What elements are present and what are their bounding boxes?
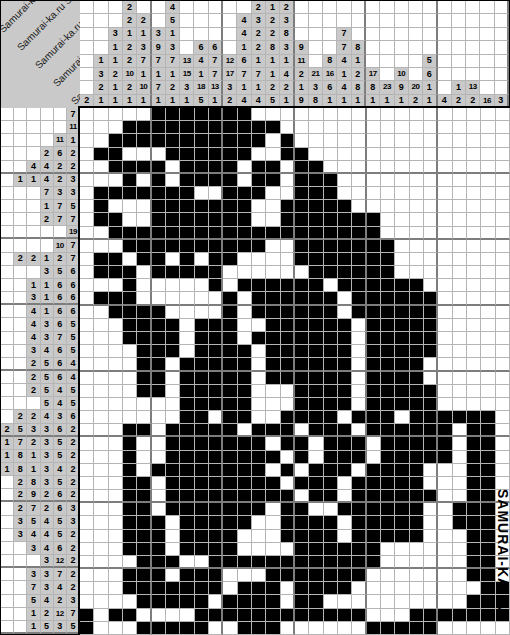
grid-cell[interactable] <box>209 358 223 371</box>
grid-cell[interactable] <box>410 319 424 332</box>
grid-cell[interactable] <box>395 582 409 595</box>
grid-cell[interactable] <box>481 451 495 464</box>
grid-cell[interactable] <box>223 595 237 608</box>
grid-cell[interactable] <box>195 240 209 253</box>
grid-cell[interactable] <box>424 516 438 529</box>
grid-cell[interactable] <box>295 543 309 556</box>
grid-cell[interactable] <box>496 437 510 450</box>
grid-cell[interactable] <box>152 345 166 358</box>
grid-cell[interactable] <box>295 622 309 635</box>
grid-cell[interactable] <box>238 227 252 240</box>
grid-cell[interactable] <box>453 424 467 437</box>
grid-cell[interactable] <box>209 213 223 226</box>
grid-cell[interactable] <box>94 319 108 332</box>
grid-cell[interactable] <box>137 200 151 213</box>
grid-cell[interactable] <box>381 134 395 147</box>
grid-cell[interactable] <box>424 569 438 582</box>
grid-cell[interactable] <box>152 372 166 385</box>
grid-cell[interactable] <box>238 174 252 187</box>
grid-cell[interactable] <box>166 345 180 358</box>
grid-cell[interactable] <box>453 358 467 371</box>
grid-cell[interactable] <box>209 516 223 529</box>
grid-cell[interactable] <box>281 266 295 279</box>
grid-cell[interactable] <box>381 121 395 134</box>
grid-cell[interactable] <box>94 240 108 253</box>
grid-cell[interactable] <box>467 187 481 200</box>
grid-cell[interactable] <box>338 266 352 279</box>
grid-cell[interactable] <box>281 174 295 187</box>
grid-cell[interactable] <box>281 398 295 411</box>
grid-cell[interactable] <box>424 385 438 398</box>
grid-cell[interactable] <box>381 609 395 622</box>
grid-cell[interactable] <box>223 121 237 134</box>
grid-cell[interactable] <box>438 187 452 200</box>
grid-cell[interactable] <box>80 569 94 582</box>
grid-cell[interactable] <box>109 477 123 490</box>
grid-cell[interactable] <box>109 595 123 608</box>
grid-cell[interactable] <box>195 292 209 305</box>
grid-cell[interactable] <box>295 266 309 279</box>
grid-cell[interactable] <box>367 174 381 187</box>
grid-cell[interactable] <box>152 108 166 121</box>
grid-cell[interactable] <box>223 148 237 161</box>
grid-cell[interactable] <box>424 358 438 371</box>
grid-cell[interactable] <box>381 595 395 608</box>
grid-cell[interactable] <box>295 372 309 385</box>
grid-cell[interactable] <box>395 187 409 200</box>
grid-cell[interactable] <box>123 200 137 213</box>
grid-cell[interactable] <box>180 385 194 398</box>
grid-cell[interactable] <box>309 622 323 635</box>
grid-cell[interactable] <box>266 200 280 213</box>
grid-cell[interactable] <box>367 345 381 358</box>
grid-cell[interactable] <box>137 121 151 134</box>
grid-cell[interactable] <box>195 503 209 516</box>
grid-cell[interactable] <box>467 240 481 253</box>
grid-cell[interactable] <box>338 292 352 305</box>
grid-cell[interactable] <box>295 569 309 582</box>
grid-cell[interactable] <box>410 292 424 305</box>
grid-cell[interactable] <box>352 266 366 279</box>
grid-cell[interactable] <box>209 503 223 516</box>
grid-cell[interactable] <box>481 622 495 635</box>
grid-cell[interactable] <box>195 306 209 319</box>
grid-cell[interactable] <box>195 266 209 279</box>
grid-cell[interactable] <box>195 253 209 266</box>
grid-cell[interactable] <box>109 358 123 371</box>
grid-cell[interactable] <box>266 398 280 411</box>
grid-cell[interactable] <box>109 464 123 477</box>
grid-cell[interactable] <box>281 227 295 240</box>
grid-cell[interactable] <box>281 319 295 332</box>
grid-cell[interactable] <box>195 108 209 121</box>
grid-cell[interactable] <box>496 464 510 477</box>
grid-cell[interactable] <box>395 108 409 121</box>
grid-cell[interactable] <box>195 595 209 608</box>
grid-cell[interactable] <box>281 451 295 464</box>
grid-cell[interactable] <box>80 108 94 121</box>
grid-cell[interactable] <box>80 345 94 358</box>
grid-cell[interactable] <box>496 108 510 121</box>
grid-cell[interactable] <box>281 292 295 305</box>
grid-cell[interactable] <box>324 121 338 134</box>
grid-cell[interactable] <box>395 398 409 411</box>
grid-cell[interactable] <box>281 609 295 622</box>
grid-cell[interactable] <box>295 516 309 529</box>
grid-cell[interactable] <box>367 358 381 371</box>
grid-cell[interactable] <box>424 253 438 266</box>
grid-cell[interactable] <box>109 200 123 213</box>
grid-cell[interactable] <box>309 292 323 305</box>
grid-cell[interactable] <box>281 358 295 371</box>
grid-cell[interactable] <box>481 490 495 503</box>
grid-cell[interactable] <box>80 121 94 134</box>
grid-cell[interactable] <box>137 490 151 503</box>
grid-cell[interactable] <box>223 200 237 213</box>
grid-cell[interactable] <box>295 108 309 121</box>
grid-cell[interactable] <box>410 595 424 608</box>
grid-cell[interactable] <box>180 451 194 464</box>
grid-cell[interactable] <box>238 464 252 477</box>
grid-cell[interactable] <box>324 609 338 622</box>
grid-cell[interactable] <box>467 595 481 608</box>
grid-cell[interactable] <box>109 213 123 226</box>
grid-cell[interactable] <box>395 266 409 279</box>
grid-cell[interactable] <box>94 332 108 345</box>
grid-cell[interactable] <box>438 543 452 556</box>
grid-cell[interactable] <box>94 187 108 200</box>
grid-cell[interactable] <box>352 609 366 622</box>
grid-cell[interactable] <box>352 319 366 332</box>
grid-cell[interactable] <box>123 332 137 345</box>
grid-cell[interactable] <box>352 543 366 556</box>
grid-cell[interactable] <box>395 292 409 305</box>
grid-cell[interactable] <box>223 385 237 398</box>
grid-cell[interactable] <box>410 411 424 424</box>
grid-cell[interactable] <box>438 292 452 305</box>
grid-cell[interactable] <box>438 411 452 424</box>
grid-cell[interactable] <box>410 358 424 371</box>
grid-cell[interactable] <box>395 200 409 213</box>
grid-cell[interactable] <box>352 411 366 424</box>
grid-cell[interactable] <box>266 582 280 595</box>
grid-cell[interactable] <box>252 319 266 332</box>
grid-cell[interactable] <box>395 411 409 424</box>
grid-cell[interactable] <box>295 595 309 608</box>
grid-cell[interactable] <box>324 385 338 398</box>
grid-cell[interactable] <box>352 424 366 437</box>
grid-cell[interactable] <box>195 227 209 240</box>
grid-cell[interactable] <box>180 108 194 121</box>
grid-cell[interactable] <box>467 319 481 332</box>
grid-cell[interactable] <box>453 622 467 635</box>
grid-cell[interactable] <box>238 345 252 358</box>
grid-cell[interactable] <box>94 200 108 213</box>
grid-cell[interactable] <box>438 424 452 437</box>
grid-cell[interactable] <box>395 174 409 187</box>
grid-cell[interactable] <box>266 385 280 398</box>
grid-cell[interactable] <box>467 477 481 490</box>
grid-cell[interactable] <box>438 200 452 213</box>
grid-cell[interactable] <box>410 503 424 516</box>
grid-cell[interactable] <box>410 200 424 213</box>
grid-cell[interactable] <box>166 148 180 161</box>
grid-cell[interactable] <box>195 477 209 490</box>
grid-cell[interactable] <box>109 530 123 543</box>
grid-cell[interactable] <box>438 490 452 503</box>
grid-cell[interactable] <box>367 622 381 635</box>
grid-cell[interactable] <box>137 451 151 464</box>
grid-cell[interactable] <box>424 200 438 213</box>
grid-cell[interactable] <box>352 134 366 147</box>
grid-cell[interactable] <box>252 345 266 358</box>
grid-cell[interactable] <box>209 345 223 358</box>
grid-cell[interactable] <box>137 530 151 543</box>
grid-cell[interactable] <box>352 569 366 582</box>
grid-cell[interactable] <box>137 424 151 437</box>
grid-cell[interactable] <box>180 372 194 385</box>
grid-cell[interactable] <box>395 424 409 437</box>
grid-cell[interactable] <box>180 240 194 253</box>
grid-cell[interactable] <box>352 595 366 608</box>
grid-cell[interactable] <box>195 213 209 226</box>
grid-cell[interactable] <box>438 121 452 134</box>
grid-cell[interactable] <box>266 134 280 147</box>
grid-cell[interactable] <box>166 161 180 174</box>
grid-cell[interactable] <box>281 240 295 253</box>
grid-cell[interactable] <box>352 108 366 121</box>
grid-cell[interactable] <box>424 148 438 161</box>
grid-cell[interactable] <box>367 490 381 503</box>
grid-cell[interactable] <box>80 424 94 437</box>
grid-cell[interactable] <box>123 543 137 556</box>
grid-cell[interactable] <box>309 253 323 266</box>
grid-cell[interactable] <box>252 240 266 253</box>
grid-cell[interactable] <box>295 174 309 187</box>
grid-cell[interactable] <box>395 569 409 582</box>
grid-cell[interactable] <box>209 121 223 134</box>
grid-cell[interactable] <box>395 530 409 543</box>
grid-cell[interactable] <box>481 411 495 424</box>
grid-cell[interactable] <box>152 227 166 240</box>
grid-cell[interactable] <box>195 200 209 213</box>
grid-cell[interactable] <box>438 148 452 161</box>
grid-cell[interactable] <box>381 464 395 477</box>
grid-cell[interactable] <box>238 503 252 516</box>
grid-cell[interactable] <box>109 174 123 187</box>
grid-cell[interactable] <box>166 108 180 121</box>
grid-cell[interactable] <box>295 279 309 292</box>
grid-cell[interactable] <box>180 174 194 187</box>
grid-cell[interactable] <box>223 411 237 424</box>
grid-cell[interactable] <box>266 609 280 622</box>
grid-cell[interactable] <box>252 490 266 503</box>
grid-cell[interactable] <box>109 622 123 635</box>
grid-cell[interactable] <box>281 556 295 569</box>
grid-cell[interactable] <box>252 411 266 424</box>
grid-cell[interactable] <box>80 398 94 411</box>
grid-cell[interactable] <box>424 595 438 608</box>
grid-cell[interactable] <box>352 437 366 450</box>
grid-cell[interactable] <box>467 174 481 187</box>
grid-cell[interactable] <box>295 477 309 490</box>
grid-cell[interactable] <box>309 424 323 437</box>
grid-cell[interactable] <box>338 253 352 266</box>
grid-cell[interactable] <box>238 358 252 371</box>
grid-cell[interactable] <box>166 437 180 450</box>
grid-cell[interactable] <box>367 582 381 595</box>
grid-cell[interactable] <box>123 148 137 161</box>
grid-cell[interactable] <box>238 213 252 226</box>
grid-cell[interactable] <box>324 451 338 464</box>
grid-cell[interactable] <box>180 161 194 174</box>
grid-cell[interactable] <box>410 240 424 253</box>
grid-cell[interactable] <box>309 358 323 371</box>
grid-cell[interactable] <box>438 134 452 147</box>
grid-cell[interactable] <box>410 464 424 477</box>
grid-cell[interactable] <box>223 530 237 543</box>
grid-cell[interactable] <box>252 187 266 200</box>
grid-cell[interactable] <box>180 516 194 529</box>
grid-cell[interactable] <box>281 187 295 200</box>
grid-cell[interactable] <box>137 279 151 292</box>
grid-cell[interactable] <box>481 108 495 121</box>
grid-cell[interactable] <box>137 543 151 556</box>
grid-cell[interactable] <box>410 398 424 411</box>
grid-cell[interactable] <box>137 134 151 147</box>
grid-cell[interactable] <box>324 372 338 385</box>
grid-cell[interactable] <box>123 213 137 226</box>
grid-cell[interactable] <box>410 345 424 358</box>
grid-cell[interactable] <box>123 437 137 450</box>
grid-cell[interactable] <box>94 569 108 582</box>
grid-cell[interactable] <box>352 161 366 174</box>
grid-cell[interactable] <box>166 187 180 200</box>
grid-cell[interactable] <box>94 503 108 516</box>
grid-cell[interactable] <box>252 306 266 319</box>
grid-cell[interactable] <box>395 306 409 319</box>
grid-cell[interactable] <box>94 227 108 240</box>
grid-cell[interactable] <box>381 582 395 595</box>
grid-cell[interactable] <box>467 108 481 121</box>
grid-cell[interactable] <box>266 543 280 556</box>
grid-cell[interactable] <box>209 437 223 450</box>
grid-cell[interactable] <box>152 490 166 503</box>
grid-cell[interactable] <box>424 582 438 595</box>
grid-cell[interactable] <box>195 148 209 161</box>
grid-cell[interactable] <box>453 174 467 187</box>
grid-cell[interactable] <box>266 503 280 516</box>
grid-cell[interactable] <box>180 609 194 622</box>
grid-cell[interactable] <box>238 108 252 121</box>
grid-cell[interactable] <box>152 187 166 200</box>
grid-cell[interactable] <box>195 134 209 147</box>
grid-cell[interactable] <box>195 516 209 529</box>
grid-cell[interactable] <box>94 609 108 622</box>
grid-cell[interactable] <box>481 424 495 437</box>
grid-cell[interactable] <box>94 582 108 595</box>
grid-cell[interactable] <box>481 477 495 490</box>
grid-cell[interactable] <box>481 358 495 371</box>
grid-cell[interactable] <box>195 174 209 187</box>
grid-cell[interactable] <box>324 319 338 332</box>
grid-cell[interactable] <box>123 266 137 279</box>
grid-cell[interactable] <box>367 279 381 292</box>
grid-cell[interactable] <box>453 609 467 622</box>
grid-cell[interactable] <box>309 543 323 556</box>
grid-cell[interactable] <box>381 213 395 226</box>
grid-cell[interactable] <box>352 148 366 161</box>
grid-cell[interactable] <box>453 121 467 134</box>
grid-cell[interactable] <box>324 332 338 345</box>
grid-cell[interactable] <box>395 148 409 161</box>
grid-cell[interactable] <box>238 385 252 398</box>
grid-cell[interactable] <box>223 345 237 358</box>
grid-cell[interactable] <box>137 503 151 516</box>
grid-cell[interactable] <box>410 516 424 529</box>
grid-cell[interactable] <box>338 279 352 292</box>
grid-cell[interactable] <box>367 437 381 450</box>
grid-cell[interactable] <box>80 279 94 292</box>
grid-cell[interactable] <box>209 108 223 121</box>
grid-cell[interactable] <box>209 582 223 595</box>
grid-cell[interactable] <box>309 108 323 121</box>
grid-cell[interactable] <box>481 437 495 450</box>
grid-cell[interactable] <box>295 358 309 371</box>
grid-cell[interactable] <box>266 358 280 371</box>
grid-cell[interactable] <box>352 477 366 490</box>
grid-cell[interactable] <box>424 134 438 147</box>
grid-cell[interactable] <box>166 200 180 213</box>
grid-cell[interactable] <box>453 227 467 240</box>
grid-cell[interactable] <box>338 398 352 411</box>
grid-cell[interactable] <box>438 398 452 411</box>
grid-cell[interactable] <box>252 464 266 477</box>
grid-cell[interactable] <box>137 187 151 200</box>
grid-cell[interactable] <box>438 556 452 569</box>
grid-cell[interactable] <box>309 306 323 319</box>
grid-cell[interactable] <box>80 227 94 240</box>
grid-cell[interactable] <box>266 372 280 385</box>
grid-cell[interactable] <box>209 398 223 411</box>
grid-cell[interactable] <box>281 345 295 358</box>
grid-cell[interactable] <box>209 200 223 213</box>
grid-cell[interactable] <box>309 556 323 569</box>
grid-cell[interactable] <box>137 345 151 358</box>
grid-cell[interactable] <box>252 358 266 371</box>
grid-cell[interactable] <box>109 187 123 200</box>
grid-cell[interactable] <box>209 556 223 569</box>
grid-cell[interactable] <box>180 134 194 147</box>
grid-cell[interactable] <box>324 306 338 319</box>
grid-cell[interactable] <box>309 213 323 226</box>
grid-cell[interactable] <box>367 161 381 174</box>
grid-cell[interactable] <box>352 372 366 385</box>
grid-cell[interactable] <box>252 530 266 543</box>
grid-cell[interactable] <box>367 609 381 622</box>
grid-cell[interactable] <box>309 121 323 134</box>
grid-cell[interactable] <box>352 121 366 134</box>
grid-cell[interactable] <box>453 292 467 305</box>
grid-cell[interactable] <box>309 279 323 292</box>
grid-cell[interactable] <box>467 292 481 305</box>
grid-cell[interactable] <box>295 411 309 424</box>
grid-cell[interactable] <box>438 516 452 529</box>
grid-cell[interactable] <box>481 266 495 279</box>
grid-cell[interactable] <box>424 161 438 174</box>
grid-cell[interactable] <box>195 332 209 345</box>
grid-cell[interactable] <box>410 253 424 266</box>
